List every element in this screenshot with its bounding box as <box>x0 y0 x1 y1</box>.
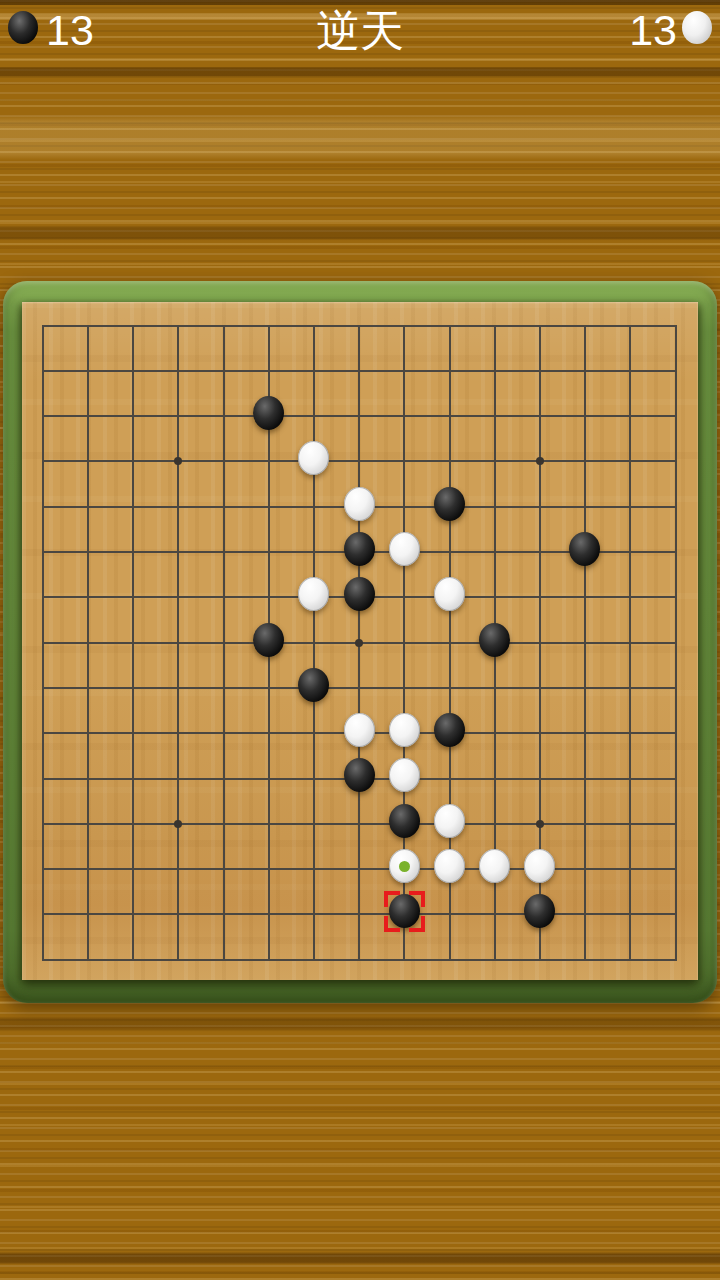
last-move-marker <box>399 861 410 872</box>
stone-black <box>389 804 420 838</box>
app-title: 逆天 <box>0 6 720 56</box>
stone-white <box>434 577 465 611</box>
stone-black <box>479 623 510 657</box>
stone-black <box>344 577 375 611</box>
stones-layer <box>20 303 698 982</box>
stone-white <box>389 849 420 883</box>
stone-white <box>298 577 329 611</box>
stone-white <box>389 758 420 792</box>
stone-white <box>389 713 420 747</box>
white-stone-icon <box>682 11 712 44</box>
stone-white <box>389 532 420 566</box>
stone-black <box>434 713 465 747</box>
stone-white <box>298 441 329 475</box>
stone-black <box>344 532 375 566</box>
white-move-count: 13 <box>629 6 677 54</box>
stone-black <box>253 396 284 430</box>
stone-white <box>344 487 375 521</box>
stone-black <box>253 623 284 657</box>
stone-black <box>434 487 465 521</box>
app-screen: 13 逆天 13 <box>0 0 720 1280</box>
stone-white <box>434 804 465 838</box>
stone-black <box>298 668 329 702</box>
stone-white <box>344 713 375 747</box>
stone-black <box>344 758 375 792</box>
stone-white <box>524 849 555 883</box>
goban[interactable] <box>22 302 698 980</box>
stone-white <box>434 849 465 883</box>
status-bar: 13 逆天 13 <box>0 0 720 72</box>
stone-black <box>524 894 555 928</box>
stone-black <box>569 532 600 566</box>
cursor-marker <box>384 891 425 932</box>
stone-white <box>479 849 510 883</box>
board-frame <box>3 281 717 1003</box>
